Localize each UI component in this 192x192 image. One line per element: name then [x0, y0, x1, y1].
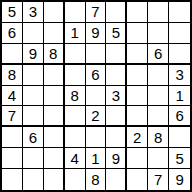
cell-r9c5[interactable]: 8 [86, 169, 107, 190]
cell-r5c7[interactable] [127, 86, 148, 107]
cell-r8c2[interactable] [23, 148, 44, 169]
cell-r1c7[interactable] [127, 2, 148, 23]
cell-r3c5[interactable] [86, 44, 107, 65]
cell-r2c4[interactable]: 1 [65, 23, 86, 44]
cell-r1c3[interactable] [44, 2, 65, 23]
cell-r6c3[interactable] [44, 106, 65, 127]
cell-r5c4[interactable]: 8 [65, 86, 86, 107]
cell-r1c2[interactable]: 3 [23, 2, 44, 23]
cell-r8c6[interactable]: 9 [106, 148, 127, 169]
cell-r1c4[interactable] [65, 2, 86, 23]
cell-r4c1[interactable]: 8 [2, 65, 23, 86]
cell-r9c3[interactable] [44, 169, 65, 190]
cell-r7c1[interactable] [2, 127, 23, 148]
cell-r2c7[interactable] [127, 23, 148, 44]
cell-r7c2[interactable]: 6 [23, 127, 44, 148]
cell-r4c8[interactable] [148, 65, 169, 86]
cell-r8c4[interactable]: 4 [65, 148, 86, 169]
cell-r8c8[interactable] [148, 148, 169, 169]
cell-r6c5[interactable]: 2 [86, 106, 107, 127]
cell-r8c7[interactable] [127, 148, 148, 169]
cell-r7c9[interactable] [169, 127, 190, 148]
cell-r5c6[interactable]: 3 [106, 86, 127, 107]
cell-r3c1[interactable] [2, 44, 23, 65]
cell-r4c4[interactable] [65, 65, 86, 86]
cell-r6c7[interactable] [127, 106, 148, 127]
cell-r4c2[interactable] [23, 65, 44, 86]
cell-r3c7[interactable] [127, 44, 148, 65]
cell-r4c3[interactable] [44, 65, 65, 86]
cell-r3c2[interactable]: 9 [23, 44, 44, 65]
cell-r5c2[interactable] [23, 86, 44, 107]
cell-r7c8[interactable]: 8 [148, 127, 169, 148]
cell-r7c5[interactable] [86, 127, 107, 148]
cell-r9c4[interactable] [65, 169, 86, 190]
cell-r6c2[interactable] [23, 106, 44, 127]
cell-r8c3[interactable] [44, 148, 65, 169]
cell-r5c5[interactable] [86, 86, 107, 107]
cell-r6c4[interactable] [65, 106, 86, 127]
cell-r5c1[interactable]: 4 [2, 86, 23, 107]
cell-r4c7[interactable] [127, 65, 148, 86]
cell-r7c6[interactable] [106, 127, 127, 148]
cell-r9c1[interactable] [2, 169, 23, 190]
cell-r7c4[interactable] [65, 127, 86, 148]
cell-r2c2[interactable] [23, 23, 44, 44]
cell-r2c5[interactable]: 9 [86, 23, 107, 44]
cell-r6c1[interactable]: 7 [2, 106, 23, 127]
cell-r2c6[interactable]: 5 [106, 23, 127, 44]
cell-r4c9[interactable]: 3 [169, 65, 190, 86]
cell-r2c8[interactable] [148, 23, 169, 44]
cell-r3c4[interactable] [65, 44, 86, 65]
cell-r1c8[interactable] [148, 2, 169, 23]
cell-r2c3[interactable] [44, 23, 65, 44]
sudoku-board: 537619598686348317266284195879 [0, 0, 192, 192]
cell-r1c1[interactable]: 5 [2, 2, 23, 23]
cell-r8c1[interactable] [2, 148, 23, 169]
cell-r2c9[interactable] [169, 23, 190, 44]
cell-r6c6[interactable] [106, 106, 127, 127]
cell-r9c8[interactable]: 7 [148, 169, 169, 190]
cell-r8c5[interactable]: 1 [86, 148, 107, 169]
cell-r1c5[interactable]: 7 [86, 2, 107, 23]
cell-r5c3[interactable] [44, 86, 65, 107]
cell-r4c5[interactable]: 6 [86, 65, 107, 86]
cell-r8c9[interactable]: 5 [169, 148, 190, 169]
cell-r7c7[interactable]: 2 [127, 127, 148, 148]
cell-r2c1[interactable]: 6 [2, 23, 23, 44]
cell-r1c9[interactable] [169, 2, 190, 23]
cell-r3c9[interactable] [169, 44, 190, 65]
cell-r4c6[interactable] [106, 65, 127, 86]
cell-r6c8[interactable] [148, 106, 169, 127]
cell-r3c6[interactable] [106, 44, 127, 65]
cell-r3c3[interactable]: 8 [44, 44, 65, 65]
cell-r9c9[interactable]: 9 [169, 169, 190, 190]
cell-r9c6[interactable] [106, 169, 127, 190]
cell-r1c6[interactable] [106, 2, 127, 23]
cell-r5c8[interactable] [148, 86, 169, 107]
cell-r9c7[interactable] [127, 169, 148, 190]
cell-r3c8[interactable]: 6 [148, 44, 169, 65]
cell-r5c9[interactable]: 1 [169, 86, 190, 107]
cell-r7c3[interactable] [44, 127, 65, 148]
cell-r9c2[interactable] [23, 169, 44, 190]
cell-r6c9[interactable]: 6 [169, 106, 190, 127]
